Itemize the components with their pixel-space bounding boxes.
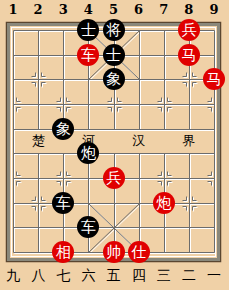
river-label-界: 界: [178, 133, 200, 149]
file-label-top-4: 4: [77, 1, 99, 19]
red-pawn-piece[interactable]: 兵: [178, 19, 200, 41]
file-label-top-1: 1: [2, 1, 24, 19]
file-label-top-5: 5: [103, 1, 125, 19]
file-label-bottom-九: 九: [2, 266, 24, 284]
red-cannon-piece[interactable]: 炮: [153, 192, 175, 214]
black-general-piece[interactable]: 将: [103, 19, 125, 41]
black-elephant-piece[interactable]: 象: [52, 118, 74, 140]
file-label-top-9: 9: [203, 1, 225, 19]
red-horse-piece[interactable]: 马: [178, 44, 200, 66]
red-general-piece[interactable]: 帅: [103, 241, 125, 263]
file-label-bottom-一: 一: [203, 266, 225, 284]
red-advisor-piece[interactable]: 仕: [128, 241, 150, 263]
file-label-bottom-二: 二: [178, 266, 200, 284]
file-label-bottom-八: 八: [27, 266, 49, 284]
xiangqi-board[interactable]: 士将兵车士马象马象炮兵车炮车相帅仕 123456789九八七六五四三二一楚河汉界: [0, 0, 229, 290]
file-label-bottom-三: 三: [153, 266, 175, 284]
file-label-top-7: 7: [153, 1, 175, 19]
red-pawn-piece[interactable]: 兵: [103, 167, 125, 189]
river-label-楚: 楚: [27, 133, 49, 149]
river-label-汉: 汉: [128, 133, 150, 149]
file-label-bottom-七: 七: [52, 266, 74, 284]
red-chariot-piece[interactable]: 车: [77, 44, 99, 66]
file-label-top-8: 8: [178, 1, 200, 19]
file-label-bottom-五: 五: [103, 266, 125, 284]
file-label-top-2: 2: [27, 1, 49, 19]
file-label-top-6: 6: [128, 1, 150, 19]
file-label-bottom-四: 四: [128, 266, 150, 284]
file-label-top-3: 3: [52, 1, 74, 19]
black-chariot-piece[interactable]: 车: [52, 192, 74, 214]
file-label-bottom-六: 六: [77, 266, 99, 284]
black-advisor-piece[interactable]: 士: [103, 44, 125, 66]
river-label-河: 河: [77, 133, 99, 149]
black-elephant-piece[interactable]: 象: [103, 68, 125, 90]
